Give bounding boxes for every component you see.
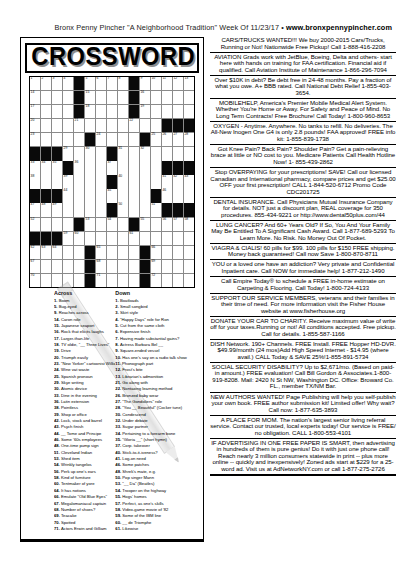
black-cell [140, 246, 150, 259]
white-cell [118, 274, 128, 287]
white-cell: 61 [129, 232, 139, 245]
cell-number: 14 [31, 91, 35, 95]
white-cell: 66 [151, 246, 161, 259]
cell-number: 65 [97, 246, 101, 250]
clue-number: 60. [115, 520, 122, 525]
classified-ad: Stop OVERPAYING for your prescriptions! … [210, 168, 396, 198]
black-cell [74, 218, 84, 231]
black-cell [173, 119, 183, 132]
white-cell [96, 119, 106, 132]
white-cell: 63 [41, 246, 51, 259]
black-cell [107, 203, 117, 216]
cell-number: 46 [162, 189, 166, 193]
black-cell [184, 119, 194, 132]
white-cell: 42 [173, 175, 183, 188]
white-cell [118, 91, 128, 104]
clue-number: 33. [54, 393, 61, 398]
cell-number: 15 [86, 91, 90, 95]
white-cell [140, 175, 150, 188]
white-cell [184, 274, 194, 287]
white-cell: 23 [30, 133, 40, 146]
white-cell [162, 274, 172, 287]
white-cell [41, 105, 51, 118]
cell-number: 50 [118, 203, 122, 207]
white-cell [151, 119, 161, 132]
cell-number: 3 [53, 77, 55, 81]
white-cell [140, 161, 150, 174]
white-cell [52, 119, 62, 132]
cell-number: 64 [53, 246, 57, 250]
clue-number: 60. [54, 481, 61, 486]
white-cell: 62 [30, 246, 40, 259]
white-cell [107, 91, 117, 104]
white-cell [85, 161, 95, 174]
white-cell [129, 189, 139, 202]
white-cell [52, 175, 62, 188]
white-cell [140, 119, 150, 132]
clue-number: 41. [115, 456, 122, 461]
white-cell [162, 105, 172, 118]
white-cell [63, 246, 73, 259]
cell-number: 25 [151, 133, 155, 137]
cell-number: 69 [151, 260, 155, 264]
cell-number: 11 [162, 77, 166, 81]
white-cell: 48 [41, 203, 51, 216]
white-cell [151, 175, 161, 188]
clue-number: 25. [54, 374, 61, 379]
white-cell [184, 147, 194, 160]
white-cell: 32 [140, 147, 150, 160]
white-cell: 71 [96, 274, 106, 287]
clue-number: 3. [115, 310, 120, 315]
clue-number: 54. [115, 488, 122, 493]
white-cell: 27 [173, 133, 183, 146]
white-cell [129, 274, 139, 287]
clue-number: 21. [115, 380, 122, 385]
clue-number: 13. [115, 374, 122, 379]
white-cell [63, 119, 73, 132]
white-cell [63, 133, 73, 146]
white-cell [140, 203, 150, 216]
clue-number: 54. [54, 462, 61, 467]
white-cell [41, 91, 51, 104]
white-cell [107, 133, 117, 146]
clue-number: 9. [115, 348, 120, 353]
white-cell [41, 260, 51, 273]
cell-number: 57 [173, 218, 177, 222]
white-cell [173, 260, 183, 273]
clue-number: 34. [115, 431, 122, 436]
white-cell [140, 232, 150, 245]
cell-number: 31 [118, 147, 122, 151]
clue-number: 30. [115, 412, 122, 417]
white-cell [85, 119, 95, 132]
white-cell [184, 246, 194, 259]
down-clues-column: Down 1. Boatloads2. Small songbird3. Ski… [115, 290, 200, 535]
white-cell: 39 [63, 175, 73, 188]
white-cell [85, 203, 95, 216]
classified-ad: IF ADVERTISING IN ONE FREE PAPER IS SMAR… [210, 439, 396, 476]
white-cell: 5 [85, 77, 95, 90]
clue-number: 20. [54, 355, 61, 360]
clue-number: 28. [115, 405, 122, 410]
cell-number: 51 [151, 203, 155, 207]
white-cell: 9 [140, 77, 150, 90]
white-cell [151, 105, 161, 118]
classified-ad: SUPPORT OUR SERVICE MEMBERS, veterans an… [210, 294, 396, 317]
white-cell: 22 [129, 119, 139, 132]
white-cell [74, 203, 84, 216]
cell-number: 60 [75, 232, 79, 236]
black-cell [107, 147, 117, 160]
white-cell [173, 246, 183, 259]
white-cell: 8 [118, 77, 128, 90]
clue-number: 15. [54, 323, 61, 328]
white-cell: 2 [41, 77, 51, 90]
white-cell: 49 [52, 203, 62, 216]
white-cell: 56 [162, 218, 172, 231]
clue-number: 9. [54, 310, 59, 315]
white-cell [96, 232, 106, 245]
classified-ad: VIAGRA & CIALIS! 60 pills for $99. 100 p… [210, 244, 396, 261]
white-cell: 41 [162, 175, 172, 188]
white-cell [41, 274, 51, 287]
classified-ad: MOBILEHELP, America's Premier Mobile Med… [210, 99, 396, 122]
white-cell [162, 91, 172, 104]
white-cell [162, 232, 172, 245]
crossword-grid: 1234567891011121314151617181920212223242… [29, 76, 195, 288]
cell-number: 61 [129, 232, 133, 236]
white-cell [85, 175, 95, 188]
white-cell: 37 [107, 161, 117, 174]
white-cell: 10 [151, 77, 161, 90]
cell-number: 12 [173, 77, 177, 81]
white-cell [118, 189, 128, 202]
cell-number: 29 [64, 147, 68, 151]
clue-number: 6. [115, 329, 120, 334]
white-cell [162, 260, 172, 273]
white-cell: 40 [118, 175, 128, 188]
white-cell [151, 91, 161, 104]
crossword-panel: CROSSWORD 123456789101112131415161718192… [20, 37, 204, 542]
white-cell: 13 [184, 77, 194, 90]
clue-number: 68. [54, 507, 61, 512]
white-cell: 20 [30, 119, 40, 132]
black-cell [74, 105, 84, 118]
black-cell [173, 161, 183, 174]
clue-number: 12. [115, 367, 122, 372]
cell-number: 45 [107, 189, 111, 193]
cell-number: 48 [42, 203, 46, 207]
cell-number: 71 [97, 274, 101, 278]
clue-number: 10. [115, 355, 122, 360]
white-cell [107, 119, 117, 132]
masthead: Bronx Penny Pincher "A Neighborhood Trad… [0, 23, 392, 32]
white-cell [151, 161, 161, 174]
white-cell [96, 189, 106, 202]
black-cell [41, 189, 51, 202]
black-cell [63, 161, 73, 174]
clue-number: 4. [115, 317, 120, 322]
cell-number: 37 [107, 161, 111, 165]
white-cell: 26 [162, 133, 172, 146]
white-cell: 18 [85, 105, 95, 118]
cell-number: 41 [162, 175, 166, 179]
classified-ad: A PLACE FOR MOM. The nation's largest se… [210, 416, 396, 439]
white-cell [129, 260, 139, 273]
clue-number: 33. [115, 424, 122, 429]
white-cell: 31 [118, 147, 128, 160]
cell-number: 23 [31, 133, 35, 137]
white-cell: 19 [140, 105, 150, 118]
white-cell: 64 [52, 246, 62, 259]
cell-number: 70 [31, 274, 35, 278]
clue-number: 17. [54, 336, 61, 341]
white-cell [129, 175, 139, 188]
black-cell [30, 232, 40, 245]
masthead-url: www.bronxpennypincher.com [286, 23, 392, 32]
white-cell: 52 [30, 218, 40, 231]
white-cell [96, 203, 106, 216]
clue-number: 69. [54, 513, 61, 518]
clue-number: 27. [115, 399, 122, 404]
cell-number: 32 [140, 147, 144, 151]
classified-ad: DONATE YOUR CAR TO CHARITY. Receive maxi… [210, 317, 396, 340]
clue-number: 42. [54, 418, 61, 423]
white-cell: 58 [184, 218, 194, 231]
clue-number: 16. [54, 329, 61, 334]
white-cell [96, 218, 106, 231]
white-cell [162, 147, 172, 160]
down-clue: 61. Likewise [115, 526, 200, 532]
clue-number: 48. [54, 443, 61, 448]
clue-number: 5. [115, 323, 120, 328]
white-cell: 6 [96, 77, 106, 90]
cell-number: 56 [162, 218, 166, 222]
cell-number: 28 [184, 133, 188, 137]
white-cell: 4 [63, 77, 73, 90]
cell-number: 5 [86, 77, 88, 81]
cell-number: 72 [151, 274, 155, 278]
white-cell [118, 161, 128, 174]
white-cell: 46 [162, 189, 172, 202]
white-cell [184, 260, 194, 273]
across-clue: 71. Actors Erwin and Gilliam [54, 526, 115, 532]
clue-number: 38. [54, 405, 61, 410]
white-cell [63, 260, 73, 273]
black-cell [85, 133, 95, 146]
white-cell: 50 [118, 203, 128, 216]
masthead-text: Bronx Penny Pincher "A Neighborhood Trad… [54, 23, 285, 32]
white-cell [118, 246, 128, 259]
cell-number: 24 [97, 133, 101, 137]
cell-number: 66 [151, 246, 155, 250]
black-cell [173, 203, 183, 216]
white-cell [184, 91, 194, 104]
across-clue-list: 1. Boom5. Bug-eyed9. Reaches across14. C… [54, 298, 115, 533]
clue-number: 32. [115, 418, 122, 423]
black-cell [184, 203, 194, 216]
clue-number: 53. [54, 456, 61, 461]
clue-number: 71. [54, 526, 61, 531]
white-cell [173, 91, 183, 104]
cell-number: 18 [86, 105, 90, 109]
black-cell [151, 189, 161, 202]
black-cell [74, 77, 84, 90]
cell-number: 8 [118, 77, 120, 81]
white-cell [118, 260, 128, 273]
black-cell [140, 260, 150, 273]
cell-number: 17 [31, 105, 35, 109]
clue-number: 36. [54, 399, 61, 404]
black-cell [129, 218, 139, 231]
white-cell [162, 246, 172, 259]
black-cell [41, 232, 51, 245]
white-cell [74, 147, 84, 160]
white-cell [63, 91, 73, 104]
white-cell [151, 147, 161, 160]
cell-number: 27 [173, 133, 177, 137]
black-cell [162, 161, 172, 174]
cell-number: 6 [97, 77, 99, 81]
black-cell [30, 147, 40, 160]
white-cell [129, 246, 139, 259]
white-cell [96, 161, 106, 174]
white-cell: 44 [63, 189, 73, 202]
black-cell [52, 189, 62, 202]
white-cell [151, 232, 161, 245]
white-cell [63, 105, 73, 118]
clue-number: 14. [54, 317, 61, 322]
white-cell: 35 [52, 161, 62, 174]
black-cell [140, 133, 150, 146]
black-cell [52, 232, 62, 245]
cell-number: 44 [64, 189, 68, 193]
across-clue: 67. Megalomaniacal captain [54, 501, 115, 507]
black-cell [85, 274, 95, 287]
classified-ad: DISH Network. 190+ Channels. FREE Instal… [210, 340, 396, 363]
white-cell [52, 260, 62, 273]
cell-number: 33 [31, 161, 35, 165]
white-cell: 72 [151, 274, 161, 287]
clue-number: 50. [115, 475, 122, 480]
cell-number: 34 [42, 161, 46, 165]
white-cell [173, 232, 183, 245]
classified-ad: AVIATION Grads work with JetBlue, Boeing… [210, 53, 396, 76]
black-cell [162, 119, 172, 132]
white-cell [118, 119, 128, 132]
white-cell [184, 189, 194, 202]
white-cell [107, 105, 117, 118]
across-clues-column: Across 1. Boom5. Bug-eyed9. Reaches acro… [54, 290, 115, 535]
clue-number: 70. [54, 520, 61, 525]
white-cell [184, 105, 194, 118]
white-cell [129, 133, 139, 146]
white-cell [151, 218, 161, 231]
clue-number: 2. [115, 304, 120, 309]
clue-number: 22. [115, 386, 122, 391]
white-cell [74, 175, 84, 188]
white-cell: 29 [63, 147, 73, 160]
clue-number: 7. [115, 336, 120, 341]
white-cell: 7 [107, 77, 117, 90]
white-cell [129, 203, 139, 216]
white-cell: 54 [107, 218, 117, 231]
clue-number: 11. [115, 361, 122, 366]
across-header: Across [54, 290, 115, 296]
white-cell: 68 [96, 260, 106, 273]
white-cell: 14 [30, 91, 40, 104]
black-cell [129, 77, 139, 90]
cell-number: 55 [140, 218, 144, 222]
white-cell [107, 274, 117, 287]
cell-number: 2 [42, 77, 44, 81]
white-cell [52, 218, 62, 231]
clue-number: 1. [54, 298, 59, 303]
clue-number: 39. [54, 412, 61, 417]
clue-number: 61. [115, 526, 122, 531]
white-cell: 51 [151, 203, 161, 216]
black-cell [52, 147, 62, 160]
white-cell: 16 [140, 91, 150, 104]
white-cell: 33 [30, 161, 40, 174]
cell-number: 19 [140, 105, 144, 109]
cell-number: 20 [31, 119, 35, 123]
white-cell: 25 [151, 133, 161, 146]
black-cell [85, 260, 95, 273]
clue-number: 56. [54, 469, 61, 474]
cell-number: 16 [140, 91, 144, 95]
clue-number: 46. [54, 437, 61, 442]
white-cell [173, 274, 183, 287]
white-cell [85, 189, 95, 202]
clue-number: 24. [54, 367, 61, 372]
white-cell: 69 [151, 260, 161, 273]
newspaper-page: Bronx Penny Pincher "A Neighborhood Trad… [0, 0, 400, 573]
classified-ad: YOU or a loved one have an addiction? Ve… [210, 260, 396, 277]
white-cell: 36 [74, 161, 84, 174]
black-cell [129, 105, 139, 118]
classifieds-column: CARS/TRUCKS WANTED!!! We buy 2000-2015 C… [210, 36, 396, 476]
white-cell: 57 [173, 218, 183, 231]
cell-number: 36 [75, 161, 79, 165]
cell-number: 9 [140, 77, 142, 81]
white-cell [96, 175, 106, 188]
black-cell [140, 274, 150, 287]
white-cell: 28 [184, 133, 194, 146]
classified-ad: LUNG CANCER? And 60+ Years Old? If So, Y… [210, 221, 396, 244]
cell-number: 47 [31, 203, 35, 207]
white-cell [41, 119, 51, 132]
clue-number: 37. [115, 443, 122, 448]
classified-ad: Call Empire Today® to schedule a FREE in… [210, 277, 396, 294]
black-cell [74, 91, 84, 104]
clue-number: 58. [54, 475, 61, 480]
cell-number: 10 [151, 77, 155, 81]
cell-number: 63 [42, 246, 46, 250]
white-cell [96, 91, 106, 104]
cell-number: 39 [64, 175, 68, 179]
clue-number: 30. [54, 386, 61, 391]
white-cell: 15 [85, 91, 95, 104]
white-cell [184, 232, 194, 245]
cell-number: 42 [173, 175, 177, 179]
clue-number: 46. [115, 462, 122, 467]
white-cell: 17 [30, 105, 40, 118]
white-cell [63, 203, 73, 216]
white-cell [118, 105, 128, 118]
white-cell [41, 218, 51, 231]
